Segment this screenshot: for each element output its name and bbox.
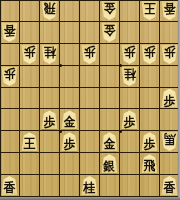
- sente-piece-香-9i[interactable]: 香: [1, 176, 18, 195]
- cell-3b[interactable]: [120, 22, 140, 44]
- piece-kanji: 銀: [104, 158, 116, 173]
- cell-4d[interactable]: [100, 66, 120, 88]
- cell-1h[interactable]: [160, 153, 180, 175]
- cell-8h[interactable]: [20, 153, 40, 175]
- sente-piece-金-4g[interactable]: 金: [101, 132, 118, 151]
- cell-2c[interactable]: 歩: [140, 44, 160, 66]
- cell-9e[interactable]: [0, 88, 20, 110]
- cell-3e[interactable]: [120, 88, 140, 110]
- gote-piece-馬-1g[interactable]: 馬: [161, 132, 178, 151]
- cell-6h[interactable]: [60, 153, 80, 175]
- piece-kanji: 歩: [24, 45, 36, 60]
- sente-piece-金-6f[interactable]: 金: [61, 110, 78, 129]
- cell-3i[interactable]: [120, 175, 140, 197]
- piece-kanji: 金: [104, 1, 116, 16]
- cell-1f[interactable]: [160, 109, 180, 131]
- sente-piece-香-1i[interactable]: 香: [161, 176, 178, 195]
- cell-2a[interactable]: 王: [140, 0, 160, 22]
- piece-kanji: 歩: [64, 136, 76, 151]
- cell-6c[interactable]: [60, 44, 80, 66]
- cell-5b[interactable]: [80, 22, 100, 44]
- cell-4b[interactable]: 金: [100, 22, 120, 44]
- sente-piece-歩-2g[interactable]: 歩: [141, 132, 158, 151]
- cell-7c[interactable]: 桂: [40, 44, 60, 66]
- gote-piece-歩-9d[interactable]: 歩: [1, 67, 18, 86]
- cell-5d[interactable]: [80, 66, 100, 88]
- cell-6a[interactable]: [60, 0, 80, 22]
- cell-2e[interactable]: [140, 88, 160, 110]
- gote-piece-飛-7a[interactable]: 飛: [41, 1, 58, 20]
- sente-piece-歩-3f[interactable]: 歩: [121, 110, 138, 129]
- piece-kanji: 歩: [164, 93, 176, 108]
- cell-7b[interactable]: [40, 22, 60, 44]
- piece-kanji: 歩: [124, 114, 136, 129]
- piece-kanji: 飛: [144, 158, 156, 173]
- gote-piece-歩-2c[interactable]: 歩: [141, 45, 158, 64]
- cell-5c[interactable]: 歩: [80, 44, 100, 66]
- piece-kanji: 歩: [164, 45, 176, 60]
- gote-piece-歩-3c[interactable]: 歩: [121, 45, 138, 64]
- star-point: [119, 130, 122, 133]
- piece-kanji: 王: [24, 136, 36, 151]
- piece-kanji: 王: [144, 1, 156, 16]
- cell-5i[interactable]: 桂: [80, 175, 100, 197]
- cell-7f[interactable]: 歩: [40, 109, 60, 131]
- sente-piece-王-8g[interactable]: 王: [21, 132, 38, 151]
- gote-piece-桂-7c[interactable]: 桂: [41, 45, 58, 64]
- cell-8d[interactable]: [20, 66, 40, 88]
- gote-piece-香-9b[interactable]: 香: [1, 23, 18, 42]
- piece-kanji: 歩: [144, 136, 156, 151]
- cell-8f[interactable]: [20, 109, 40, 131]
- cell-5h[interactable]: [80, 153, 100, 175]
- cell-7e[interactable]: [40, 88, 60, 110]
- sente-piece-飛-2h[interactable]: 飛: [141, 154, 158, 173]
- cell-2g[interactable]: 歩: [140, 131, 160, 153]
- piece-kanji: 香: [4, 23, 16, 38]
- cell-4a[interactable]: 金: [100, 0, 120, 22]
- cell-1i[interactable]: 香: [160, 175, 180, 197]
- piece-kanji: 歩: [144, 45, 156, 60]
- star-point: [119, 64, 122, 67]
- cell-3g[interactable]: [120, 131, 140, 153]
- cell-5g[interactable]: [80, 131, 100, 153]
- cell-5f[interactable]: [80, 109, 100, 131]
- piece-kanji: 金: [104, 23, 116, 38]
- cell-1d[interactable]: [160, 66, 180, 88]
- cell-6g[interactable]: 歩: [60, 131, 80, 153]
- cell-3f[interactable]: 歩: [120, 109, 140, 131]
- sente-piece-歩-1e[interactable]: 歩: [161, 89, 178, 108]
- cell-4h[interactable]: 銀: [100, 153, 120, 175]
- cell-9h[interactable]: [0, 153, 20, 175]
- gote-piece-桂-3d[interactable]: 桂: [121, 67, 138, 86]
- cell-7d[interactable]: [40, 66, 60, 88]
- gote-piece-歩-8c[interactable]: 歩: [21, 45, 38, 64]
- cell-6b[interactable]: [60, 22, 80, 44]
- cell-7a[interactable]: 飛: [40, 0, 60, 22]
- gote-piece-金-4b[interactable]: 金: [101, 23, 118, 42]
- cell-9c[interactable]: [0, 44, 20, 66]
- cell-1b[interactable]: [160, 22, 180, 44]
- cell-2f[interactable]: [140, 109, 160, 131]
- gote-piece-歩-1c[interactable]: 歩: [161, 45, 178, 64]
- cell-2b[interactable]: [140, 22, 160, 44]
- piece-kanji: 金: [104, 136, 116, 151]
- cell-4f[interactable]: [100, 109, 120, 131]
- cell-5e[interactable]: [80, 88, 100, 110]
- piece-kanji: 馬: [164, 132, 176, 147]
- sente-piece-銀-4h[interactable]: 銀: [101, 154, 118, 173]
- cell-4e[interactable]: [100, 88, 120, 110]
- piece-kanji: 桂: [84, 180, 96, 195]
- cell-7g[interactable]: [40, 131, 60, 153]
- cell-9d[interactable]: 歩: [0, 66, 20, 88]
- cell-3d[interactable]: 桂: [120, 66, 140, 88]
- cell-2h[interactable]: 飛: [140, 153, 160, 175]
- cell-6i[interactable]: [60, 175, 80, 197]
- piece-kanji: 香: [164, 180, 176, 195]
- cell-6d[interactable]: [60, 66, 80, 88]
- cell-2d[interactable]: [140, 66, 160, 88]
- cell-4g[interactable]: 金: [100, 131, 120, 153]
- star-point: [59, 64, 62, 67]
- cell-8e[interactable]: [20, 88, 40, 110]
- cell-6e[interactable]: [60, 88, 80, 110]
- gote-piece-王-2a[interactable]: 王: [141, 1, 158, 20]
- piece-kanji: 歩: [44, 114, 56, 129]
- cell-2i[interactable]: [140, 175, 160, 197]
- cell-8g[interactable]: 王: [20, 131, 40, 153]
- board-grid: 飛金王香香金歩桂歩歩歩歩歩桂歩歩金歩王歩金歩馬銀飛香桂香: [0, 0, 180, 197]
- cell-4i[interactable]: [100, 175, 120, 197]
- cell-1a[interactable]: 香: [160, 0, 180, 22]
- cell-7i[interactable]: [40, 175, 60, 197]
- cell-9g[interactable]: [0, 131, 20, 153]
- board-edge-bottom: [0, 197, 180, 200]
- cell-3h[interactable]: [120, 153, 140, 175]
- sente-piece-歩-6g[interactable]: 歩: [61, 132, 78, 151]
- cell-9b[interactable]: 香: [0, 22, 20, 44]
- cell-1c[interactable]: 歩: [160, 44, 180, 66]
- cell-9i[interactable]: 香: [0, 175, 20, 197]
- piece-kanji: 金: [64, 114, 76, 129]
- piece-kanji: 歩: [4, 67, 16, 82]
- piece-kanji: 歩: [124, 45, 136, 60]
- piece-kanji: 飛: [44, 1, 56, 16]
- cell-1g[interactable]: 馬: [160, 131, 180, 153]
- cell-1e[interactable]: 歩: [160, 88, 180, 110]
- star-point: [59, 130, 62, 133]
- cell-3c[interactable]: 歩: [120, 44, 140, 66]
- sente-piece-歩-7f[interactable]: 歩: [41, 110, 58, 129]
- cell-9a[interactable]: [0, 0, 20, 22]
- piece-kanji: 桂: [124, 67, 136, 82]
- shogi-app: 飛金王香香金歩桂歩歩歩歩歩桂歩歩金歩王歩金歩馬銀飛香桂香: [0, 0, 180, 200]
- gote-piece-金-4a[interactable]: 金: [101, 1, 118, 20]
- piece-kanji: 香: [164, 1, 176, 16]
- cell-5a[interactable]: [80, 0, 100, 22]
- cell-4c[interactable]: [100, 44, 120, 66]
- piece-kanji: 香: [4, 180, 16, 195]
- cell-6f[interactable]: 金: [60, 109, 80, 131]
- piece-kanji: 歩: [84, 45, 96, 60]
- cell-8c[interactable]: 歩: [20, 44, 40, 66]
- cell-8i[interactable]: [20, 175, 40, 197]
- cell-7h[interactable]: [40, 153, 60, 175]
- cell-8b[interactable]: [20, 22, 40, 44]
- cell-9f[interactable]: [0, 109, 20, 131]
- piece-kanji: 桂: [44, 45, 56, 60]
- cell-8a[interactable]: [20, 0, 40, 22]
- cell-3a[interactable]: [120, 0, 140, 22]
- gote-piece-香-1a[interactable]: 香: [161, 1, 178, 20]
- gote-piece-歩-5c[interactable]: 歩: [81, 45, 98, 64]
- sente-piece-桂-5i[interactable]: 桂: [81, 176, 98, 195]
- board-edge-right: [178, 0, 180, 197]
